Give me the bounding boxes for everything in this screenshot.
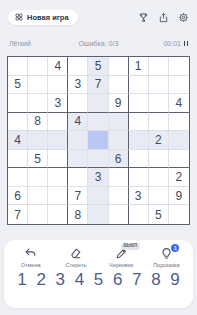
numpad-5[interactable]: 5 (90, 270, 108, 290)
cell-r7c4[interactable] (68, 168, 88, 187)
cell-r5c5[interactable] (88, 131, 108, 150)
notes-button[interactable]: ЧерновикВЫКЛ (101, 247, 141, 268)
status-bar: Лёгкий Ошибка: 0/3 00:01 (9, 40, 188, 47)
cell-r7c2[interactable] (28, 168, 48, 187)
toolbar: ОтменаСтеретьЧерновикВЫКЛПодсказка1 (4, 240, 193, 268)
erase-button[interactable]: Стереть (56, 247, 96, 268)
cell-r2c4[interactable]: 3 (68, 76, 88, 95)
cell-r8c5[interactable] (88, 187, 108, 206)
top-icons (137, 11, 189, 23)
cell-r6c2[interactable]: 5 (28, 150, 48, 169)
cell-r2c5[interactable]: 7 (88, 76, 108, 95)
numpad-9[interactable]: 9 (166, 270, 184, 290)
cell-r9c1[interactable]: 7 (8, 205, 28, 224)
cell-r8c8[interactable] (149, 187, 169, 206)
cell-r3c5[interactable] (88, 94, 108, 113)
cell-r8c3[interactable] (48, 187, 68, 206)
cell-r5c3[interactable] (48, 131, 68, 150)
undo-button[interactable]: Отмена (11, 247, 51, 268)
cell-r9c5[interactable] (88, 205, 108, 224)
undo-icon (24, 247, 37, 260)
hint-label: Подсказка (153, 262, 179, 268)
cell-r2c6[interactable] (109, 76, 129, 95)
cell-r8c6[interactable] (109, 187, 129, 206)
cell-r2c9[interactable] (169, 76, 189, 95)
numpad-8[interactable]: 8 (147, 270, 165, 290)
cell-r3c3[interactable]: 3 (48, 94, 68, 113)
cell-r6c5[interactable] (88, 150, 108, 169)
erase-label: Стереть (65, 262, 86, 268)
cell-r7c6[interactable] (109, 168, 129, 187)
numpad: 123456789 (4, 268, 193, 290)
cell-r9c4[interactable]: 8 (68, 205, 88, 224)
trophy-button[interactable] (137, 11, 149, 23)
cell-r6c6[interactable]: 6 (109, 150, 129, 169)
trophy-icon (138, 12, 149, 23)
cell-r5c7[interactable] (129, 131, 149, 150)
cell-r8c9[interactable]: 9 (169, 187, 189, 206)
sudoku-app: Новая игра Лёгкий О (0, 0, 197, 315)
cell-r1c8[interactable] (149, 57, 169, 76)
cell-r3c6[interactable]: 9 (109, 94, 129, 113)
cell-r8c7[interactable]: 3 (129, 187, 149, 206)
cell-r4c2[interactable]: 8 (28, 113, 48, 132)
cell-r1c6[interactable] (109, 57, 129, 76)
sudoku-board[interactable]: 451537394844256326739785 (7, 56, 190, 225)
cell-r4c7[interactable] (129, 113, 149, 132)
cell-r4c1[interactable] (8, 113, 28, 132)
cell-r4c9[interactable] (169, 113, 189, 132)
settings-icon (178, 12, 189, 23)
new-game-button[interactable]: Новая игра (8, 10, 78, 25)
cell-r7c3[interactable] (48, 168, 68, 187)
cell-r9c9[interactable] (169, 205, 189, 224)
cell-r5c2[interactable] (28, 131, 48, 150)
cell-r6c3[interactable] (48, 150, 68, 169)
cell-r3c7[interactable] (129, 94, 149, 113)
cell-r5c9[interactable] (169, 131, 189, 150)
cell-r3c2[interactable] (28, 94, 48, 113)
hint-button[interactable]: Подсказка1 (146, 247, 186, 268)
cell-r6c1[interactable] (8, 150, 28, 169)
bottom-panel: ОтменаСтеретьЧерновикВЫКЛПодсказка1 1234… (4, 240, 193, 308)
cell-r4c3[interactable] (48, 113, 68, 132)
cell-r9c7[interactable] (129, 205, 149, 224)
cell-r5c8[interactable]: 2 (149, 131, 169, 150)
top-bar: Новая игра (8, 8, 189, 26)
cell-r3c1[interactable] (8, 94, 28, 113)
cell-r1c4[interactable] (68, 57, 88, 76)
cell-r9c8[interactable]: 5 (149, 205, 169, 224)
cell-r2c8[interactable] (149, 76, 169, 95)
undo-label: Отмена (21, 262, 41, 268)
cell-r6c4[interactable] (68, 150, 88, 169)
numpad-2[interactable]: 2 (32, 270, 50, 290)
notes-label: Черновик (109, 262, 133, 268)
cell-r7c9[interactable]: 2 (169, 168, 189, 187)
cell-r5c4[interactable] (68, 131, 88, 150)
numpad-6[interactable]: 6 (109, 270, 127, 290)
cell-r7c5[interactable]: 3 (88, 168, 108, 187)
cell-r6c8[interactable] (149, 150, 169, 169)
cell-r2c7[interactable] (129, 76, 149, 95)
notes-badge: ВЫКЛ (121, 243, 141, 250)
cell-r4c5[interactable] (88, 113, 108, 132)
cell-r7c8[interactable] (149, 168, 169, 187)
cell-r2c1[interactable]: 5 (8, 76, 28, 95)
cell-r3c9[interactable]: 4 (169, 94, 189, 113)
share-icon (158, 12, 169, 23)
cell-r1c7[interactable]: 1 (129, 57, 149, 76)
numpad-1[interactable]: 1 (13, 270, 31, 290)
errors-label: Ошибка: 0/3 (9, 40, 188, 47)
cell-r9c3[interactable] (48, 205, 68, 224)
hint-badge: 1 (171, 244, 179, 252)
cell-r6c9[interactable] (169, 150, 189, 169)
cell-r4c8[interactable] (149, 113, 169, 132)
cell-r3c4[interactable] (68, 94, 88, 113)
cell-r1c3[interactable]: 4 (48, 57, 68, 76)
cell-r1c5[interactable]: 5 (88, 57, 108, 76)
cell-r9c2[interactable] (28, 205, 48, 224)
cell-r9c6[interactable] (109, 205, 129, 224)
cell-r2c2[interactable] (28, 76, 48, 95)
settings-button[interactable] (177, 11, 189, 23)
cell-r3c8[interactable] (149, 94, 169, 113)
cell-r4c6[interactable] (109, 113, 129, 132)
numpad-4[interactable]: 4 (70, 270, 88, 290)
cell-r8c1[interactable]: 6 (8, 187, 28, 206)
cell-r5c1[interactable]: 4 (8, 131, 28, 150)
cell-r8c4[interactable]: 7 (68, 187, 88, 206)
cell-r7c1[interactable] (8, 168, 28, 187)
cell-r4c4[interactable]: 4 (68, 113, 88, 132)
cell-r5c6[interactable] (109, 131, 129, 150)
new-game-label: Новая игра (27, 13, 69, 22)
cell-r7c7[interactable] (129, 168, 149, 187)
numpad-7[interactable]: 7 (128, 270, 146, 290)
cell-r2c3[interactable] (48, 76, 68, 95)
eraser-icon (69, 247, 82, 260)
cell-r1c9[interactable] (169, 57, 189, 76)
cell-r6c7[interactable] (129, 150, 149, 169)
numpad-3[interactable]: 3 (51, 270, 69, 290)
cell-r1c1[interactable] (8, 57, 28, 76)
grid-icon (15, 13, 23, 21)
share-button[interactable] (157, 11, 169, 23)
cell-r8c2[interactable] (28, 187, 48, 206)
cell-r1c2[interactable] (28, 57, 48, 76)
